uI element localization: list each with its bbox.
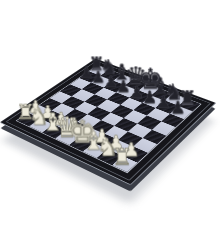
chess-board: ♜♞♝♛♚♝♞♜♟♟♟♟♟♟♟♟♟♟♟♟♟♟♟♟♜♞♝♛♚♝♞♜ — [0, 58, 216, 185]
piece-black-pawn: ♟ — [170, 99, 187, 115]
square-e4 — [101, 112, 124, 126]
piece-white-rook: ♜ — [111, 146, 130, 168]
